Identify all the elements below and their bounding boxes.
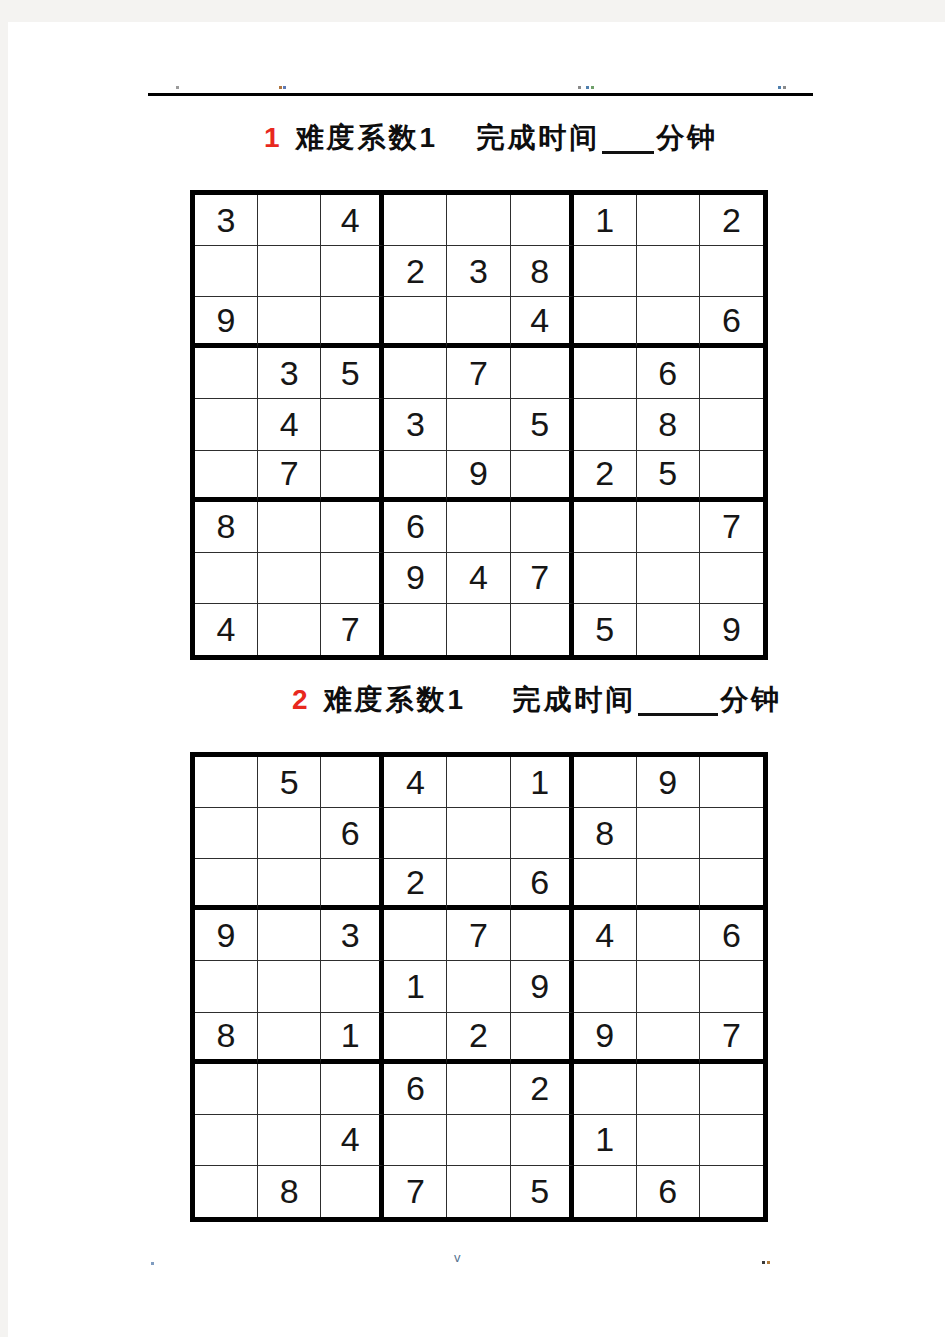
p1-cell-r4c8: 6 (637, 348, 700, 399)
puzzle-2-time-suffix: 分钟 (720, 684, 782, 716)
p1-cell-r5c4: 3 (384, 399, 447, 450)
p2-cell-r4c2 (258, 910, 321, 961)
p2-cell-r7c5 (447, 1064, 510, 1115)
p2-cell-r9c6: 5 (511, 1166, 574, 1217)
p2-cell-r3c6: 6 (511, 859, 574, 910)
header-rule (148, 93, 813, 96)
p1-cell-r2c6: 8 (511, 246, 574, 297)
artifact-mark (778, 86, 781, 89)
p2-cell-r5c7 (574, 961, 637, 1012)
puzzle-1-time-label: 完成时间 (476, 122, 600, 154)
p1-cell-r8c3 (321, 553, 384, 604)
p2-cell-r6c1: 8 (195, 1013, 258, 1064)
p2-cell-r6c2 (258, 1013, 321, 1064)
artifact-mark (151, 1262, 154, 1265)
puzzle-2-time-blank (638, 690, 718, 716)
p2-cell-r4c7: 4 (574, 910, 637, 961)
p1-cell-r7c1: 8 (195, 502, 258, 553)
p2-cell-r5c3 (321, 961, 384, 1012)
p1-cell-r7c7 (574, 502, 637, 553)
p1-cell-r9c9: 9 (700, 604, 763, 655)
p1-cell-r1c9: 2 (700, 195, 763, 246)
p1-cell-r3c8 (637, 297, 700, 348)
p1-cell-r5c6: 5 (511, 399, 574, 450)
p2-cell-r8c9 (700, 1115, 763, 1166)
p2-cell-r7c3 (321, 1064, 384, 1115)
p2-cell-r6c7: 9 (574, 1013, 637, 1064)
p2-cell-r3c5 (447, 859, 510, 910)
p1-cell-r9c8 (637, 604, 700, 655)
p1-cell-r5c7 (574, 399, 637, 450)
p1-cell-r1c2 (258, 195, 321, 246)
p1-cell-r9c2 (258, 604, 321, 655)
p1-cell-r4c9 (700, 348, 763, 399)
p1-cell-r8c8 (637, 553, 700, 604)
p1-cell-r7c6 (511, 502, 574, 553)
p1-cell-r7c9: 7 (700, 502, 763, 553)
artifact-mark (283, 86, 286, 89)
p2-cell-r8c7: 1 (574, 1115, 637, 1166)
p1-cell-r7c8 (637, 502, 700, 553)
p2-cell-r2c3: 6 (321, 808, 384, 859)
p2-cell-r5c2 (258, 961, 321, 1012)
p2-cell-r2c1 (195, 808, 258, 859)
p2-cell-r1c1 (195, 757, 258, 808)
artifact-mark (578, 86, 581, 89)
p2-cell-r3c1 (195, 859, 258, 910)
p1-cell-r8c7 (574, 553, 637, 604)
p2-cell-r9c4: 7 (384, 1166, 447, 1217)
p2-cell-r1c9 (700, 757, 763, 808)
p1-cell-r1c7: 1 (574, 195, 637, 246)
p1-cell-r1c4 (384, 195, 447, 246)
p2-cell-r9c9 (700, 1166, 763, 1217)
puzzle-1-time-blank (602, 128, 654, 154)
p2-cell-r3c7 (574, 859, 637, 910)
p1-cell-r4c4 (384, 348, 447, 399)
puzzle-2-title: 2 难度系数1 完成时间 分钟 (292, 684, 782, 716)
p2-cell-r2c8 (637, 808, 700, 859)
p2-cell-r2c4 (384, 808, 447, 859)
p2-cell-r5c1 (195, 961, 258, 1012)
p2-cell-r6c9: 7 (700, 1013, 763, 1064)
p1-cell-r8c4: 9 (384, 553, 447, 604)
sudoku-grid-2: 5419682693746198129762418756 (190, 752, 768, 1222)
p1-cell-r5c9 (700, 399, 763, 450)
p1-cell-r5c2: 4 (258, 399, 321, 450)
p2-cell-r8c6 (511, 1115, 574, 1166)
p1-cell-r6c9 (700, 451, 763, 502)
p2-cell-r8c4 (384, 1115, 447, 1166)
p2-cell-r4c6 (511, 910, 574, 961)
p2-cell-r2c7: 8 (574, 808, 637, 859)
p1-cell-r2c9 (700, 246, 763, 297)
p1-cell-r8c5: 4 (447, 553, 510, 604)
p1-cell-r6c7: 2 (574, 451, 637, 502)
p2-cell-r6c8 (637, 1013, 700, 1064)
p1-cell-r7c2 (258, 502, 321, 553)
puzzle-2-difficulty-label: 难度系数1 (324, 684, 467, 716)
p2-cell-r4c4 (384, 910, 447, 961)
p2-cell-r7c1 (195, 1064, 258, 1115)
p1-cell-r2c3 (321, 246, 384, 297)
p1-cell-r6c2: 7 (258, 451, 321, 502)
p1-cell-r5c8: 8 (637, 399, 700, 450)
p1-cell-r2c7 (574, 246, 637, 297)
p2-cell-r1c3 (321, 757, 384, 808)
p2-cell-r1c4: 4 (384, 757, 447, 808)
p2-cell-r6c5: 2 (447, 1013, 510, 1064)
p2-cell-r7c2 (258, 1064, 321, 1115)
p1-cell-r5c3 (321, 399, 384, 450)
puzzle-1-title: 1 难度系数1 完成时间 分钟 (264, 122, 718, 154)
p1-cell-r8c2 (258, 553, 321, 604)
p2-cell-r6c4 (384, 1013, 447, 1064)
p1-cell-r8c6: 7 (511, 553, 574, 604)
p1-cell-r7c3 (321, 502, 384, 553)
artifact-mark: v (454, 1251, 461, 1264)
p2-cell-r3c9 (700, 859, 763, 910)
p2-cell-r7c6: 2 (511, 1064, 574, 1115)
artifact-mark (279, 86, 282, 89)
p1-cell-r3c1: 9 (195, 297, 258, 348)
p1-cell-r6c1 (195, 451, 258, 502)
p1-cell-r2c4: 2 (384, 246, 447, 297)
p2-cell-r4c3: 3 (321, 910, 384, 961)
p1-cell-r7c5 (447, 502, 510, 553)
p2-cell-r3c3 (321, 859, 384, 910)
p2-cell-r3c4: 2 (384, 859, 447, 910)
p1-cell-r1c3: 4 (321, 195, 384, 246)
p2-cell-r6c3: 1 (321, 1013, 384, 1064)
p1-cell-r8c9 (700, 553, 763, 604)
p2-cell-r8c1 (195, 1115, 258, 1166)
p1-cell-r5c1 (195, 399, 258, 450)
p2-cell-r4c8 (637, 910, 700, 961)
artifact-mark (783, 86, 786, 89)
p2-cell-r1c7 (574, 757, 637, 808)
p1-cell-r6c4 (384, 451, 447, 502)
p2-cell-r2c9 (700, 808, 763, 859)
p2-cell-r8c8 (637, 1115, 700, 1166)
p1-cell-r2c8 (637, 246, 700, 297)
artifact-mark (767, 1261, 770, 1264)
p1-cell-r3c2 (258, 297, 321, 348)
p1-cell-r4c2: 3 (258, 348, 321, 399)
p2-cell-r7c7 (574, 1064, 637, 1115)
p2-cell-r5c5 (447, 961, 510, 1012)
puzzle-2-number: 2 (292, 684, 308, 716)
p1-cell-r2c2 (258, 246, 321, 297)
p1-cell-r2c1 (195, 246, 258, 297)
p2-cell-r6c6 (511, 1013, 574, 1064)
p1-cell-r9c3: 7 (321, 604, 384, 655)
p2-cell-r5c6: 9 (511, 961, 574, 1012)
p2-cell-r8c2 (258, 1115, 321, 1166)
p1-cell-r4c6 (511, 348, 574, 399)
artifact-mark (586, 86, 589, 89)
p2-cell-r9c5 (447, 1166, 510, 1217)
p2-cell-r1c2: 5 (258, 757, 321, 808)
sudoku-grid-1: 34122389463576435879258679474759 (190, 190, 768, 660)
p1-cell-r5c5 (447, 399, 510, 450)
p2-cell-r1c8: 9 (637, 757, 700, 808)
p2-cell-r2c5 (447, 808, 510, 859)
p2-cell-r1c6: 1 (511, 757, 574, 808)
p2-cell-r7c4: 6 (384, 1064, 447, 1115)
artifact-mark (176, 86, 179, 89)
p1-cell-r6c3 (321, 451, 384, 502)
p1-cell-r4c1 (195, 348, 258, 399)
p1-cell-r6c6 (511, 451, 574, 502)
p1-cell-r4c5: 7 (447, 348, 510, 399)
p1-cell-r8c1 (195, 553, 258, 604)
artifact-mark (762, 1261, 765, 1264)
p2-cell-r9c2: 8 (258, 1166, 321, 1217)
p2-cell-r5c9 (700, 961, 763, 1012)
puzzle-1-time-suffix: 分钟 (656, 122, 718, 154)
p2-cell-r7c9 (700, 1064, 763, 1115)
p2-cell-r1c5 (447, 757, 510, 808)
p2-cell-r9c8: 6 (637, 1166, 700, 1217)
p2-cell-r5c4: 1 (384, 961, 447, 1012)
p1-cell-r1c1: 3 (195, 195, 258, 246)
p2-cell-r9c3 (321, 1166, 384, 1217)
p1-cell-r6c5: 9 (447, 451, 510, 502)
p1-cell-r3c4 (384, 297, 447, 348)
puzzle-1-number: 1 (264, 122, 280, 154)
p1-cell-r9c1: 4 (195, 604, 258, 655)
p1-cell-r3c9: 6 (700, 297, 763, 348)
p1-cell-r9c6 (511, 604, 574, 655)
artifact-mark (591, 86, 594, 89)
p2-cell-r8c5 (447, 1115, 510, 1166)
p2-cell-r2c2 (258, 808, 321, 859)
p1-cell-r3c7 (574, 297, 637, 348)
p2-cell-r2c6 (511, 808, 574, 859)
p2-cell-r3c8 (637, 859, 700, 910)
p2-cell-r3c2 (258, 859, 321, 910)
p1-cell-r4c7 (574, 348, 637, 399)
p2-cell-r8c3: 4 (321, 1115, 384, 1166)
p1-cell-r3c3 (321, 297, 384, 348)
p1-cell-r3c5 (447, 297, 510, 348)
p1-cell-r1c5 (447, 195, 510, 246)
p2-cell-r5c8 (637, 961, 700, 1012)
p1-cell-r1c6 (511, 195, 574, 246)
p2-cell-r7c8 (637, 1064, 700, 1115)
p2-cell-r4c5: 7 (447, 910, 510, 961)
p2-cell-r4c9: 6 (700, 910, 763, 961)
p1-cell-r2c5: 3 (447, 246, 510, 297)
puzzle-2-time-label: 完成时间 (512, 684, 636, 716)
p1-cell-r9c5 (447, 604, 510, 655)
p1-cell-r9c7: 5 (574, 604, 637, 655)
p2-cell-r9c7 (574, 1166, 637, 1217)
p1-cell-r4c3: 5 (321, 348, 384, 399)
p2-cell-r4c1: 9 (195, 910, 258, 961)
p1-cell-r6c8: 5 (637, 451, 700, 502)
p1-cell-r3c6: 4 (511, 297, 574, 348)
p1-cell-r9c4 (384, 604, 447, 655)
p1-cell-r7c4: 6 (384, 502, 447, 553)
puzzle-1-difficulty-label: 难度系数1 (296, 122, 439, 154)
p1-cell-r1c8 (637, 195, 700, 246)
p2-cell-r9c1 (195, 1166, 258, 1217)
